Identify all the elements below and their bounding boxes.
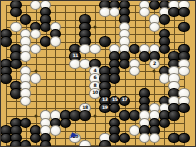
black-stone	[159, 14, 170, 24]
black-stone	[99, 140, 110, 147]
black-stone	[119, 133, 130, 143]
white-stone	[50, 125, 61, 135]
black-stone	[178, 103, 189, 113]
numbered-black-stone: 17	[119, 96, 130, 106]
black-stone	[20, 14, 31, 24]
move-number: 17	[122, 98, 128, 103]
stone-layer: 11246810131517181920	[1, 1, 189, 147]
black-stone	[99, 36, 110, 46]
white-stone	[129, 66, 140, 76]
white-stone	[139, 7, 150, 17]
black-stone	[40, 140, 51, 147]
black-stone	[159, 118, 170, 128]
white-stone	[178, 66, 189, 76]
white-stone	[30, 73, 41, 83]
white-stone	[149, 133, 160, 143]
black-stone	[20, 140, 31, 147]
black-stone	[178, 133, 189, 143]
black-stone	[178, 22, 189, 32]
move-number: 19	[102, 106, 108, 111]
white-stone	[149, 22, 160, 32]
black-stone	[178, 7, 189, 17]
move-number: 2	[153, 62, 156, 67]
white-stone	[20, 96, 31, 106]
white-stone	[89, 44, 100, 54]
move-number: 10	[92, 91, 98, 96]
black-stone	[168, 110, 179, 120]
black-stone	[60, 118, 71, 128]
white-stone	[20, 51, 31, 61]
white-stone	[50, 36, 61, 46]
white-stone	[30, 44, 41, 54]
white-stone	[79, 140, 90, 147]
go-board[interactable]: 11246810131517181920	[0, 0, 196, 147]
numbered-white-stone: 2	[149, 59, 160, 69]
black-stone	[79, 110, 90, 120]
black-stone	[109, 73, 120, 83]
